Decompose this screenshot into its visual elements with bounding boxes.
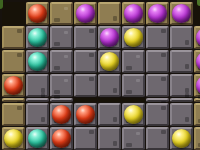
cell-r6c4[interactable] bbox=[74, 103, 97, 126]
cell-r1c8[interactable] bbox=[170, 2, 193, 25]
cell-r6c5[interactable] bbox=[98, 103, 121, 126]
cell-r4c2[interactable] bbox=[26, 74, 49, 97]
cell-r6c3[interactable] bbox=[50, 103, 73, 126]
cell-r3c4[interactable] bbox=[74, 50, 97, 73]
purple-marble[interactable] bbox=[100, 28, 119, 47]
purple-marble[interactable] bbox=[124, 4, 143, 23]
cell-r4c8[interactable] bbox=[170, 74, 193, 97]
cell-r1c3[interactable] bbox=[50, 2, 73, 25]
cell-r5c7[interactable] bbox=[146, 98, 169, 102]
cell-r5c6 bbox=[122, 98, 145, 102]
teal-marble[interactable] bbox=[28, 28, 47, 47]
purple-marble[interactable] bbox=[196, 76, 200, 95]
cell-r4c3[interactable] bbox=[50, 74, 73, 97]
purple-marble[interactable] bbox=[196, 52, 200, 71]
cell-r2c1[interactable] bbox=[2, 26, 25, 49]
purple-marble[interactable] bbox=[76, 4, 95, 23]
cell-r1c4[interactable] bbox=[74, 2, 97, 25]
cell-r6c9[interactable] bbox=[194, 103, 200, 126]
purple-marble[interactable] bbox=[172, 4, 191, 23]
yellow-marble[interactable] bbox=[124, 28, 143, 47]
cell-r7c4[interactable] bbox=[74, 127, 97, 150]
cell-r2c8[interactable] bbox=[170, 26, 193, 49]
cell-r2c5[interactable] bbox=[98, 26, 121, 49]
cell-r2c2[interactable] bbox=[26, 26, 49, 49]
cell-r7c7[interactable] bbox=[146, 127, 169, 150]
cell-r6c8[interactable] bbox=[170, 103, 193, 126]
cell-r5c4 bbox=[74, 98, 97, 102]
cell-r1c6[interactable] bbox=[122, 2, 145, 25]
cell-r4c5[interactable] bbox=[98, 74, 121, 97]
cell-r7c2[interactable] bbox=[26, 127, 49, 150]
cell-r1c1 bbox=[2, 2, 25, 25]
puzzle-board bbox=[0, 0, 200, 150]
cell-r4c7[interactable] bbox=[146, 74, 169, 97]
cell-r4c6[interactable] bbox=[122, 74, 145, 97]
cell-r3c2[interactable] bbox=[26, 50, 49, 73]
cell-r3c1[interactable] bbox=[2, 50, 25, 73]
cell-r2c9[interactable] bbox=[194, 26, 200, 49]
red-marble[interactable] bbox=[76, 105, 95, 124]
cell-r4c9[interactable] bbox=[194, 74, 200, 97]
cell-r1c2[interactable] bbox=[26, 2, 49, 25]
background-foliage-top-right bbox=[197, 0, 200, 6]
cell-r5c2[interactable] bbox=[26, 98, 49, 102]
red-marble[interactable] bbox=[52, 105, 71, 124]
cell-r7c8[interactable] bbox=[170, 127, 193, 150]
cell-r5c1[interactable] bbox=[2, 98, 25, 102]
cell-r2c7[interactable] bbox=[146, 26, 169, 49]
cell-r1c5[interactable] bbox=[98, 2, 121, 25]
cell-r6c7[interactable] bbox=[146, 103, 169, 126]
cell-r2c6[interactable] bbox=[122, 26, 145, 49]
cell-r7c6[interactable] bbox=[122, 127, 145, 150]
cell-r3c3[interactable] bbox=[50, 50, 73, 73]
cell-r5c5 bbox=[98, 98, 121, 102]
purple-marble[interactable] bbox=[196, 28, 200, 47]
cell-r3c6[interactable] bbox=[122, 50, 145, 73]
cell-r6c1[interactable] bbox=[2, 103, 25, 126]
cell-r1c7[interactable] bbox=[146, 2, 169, 25]
purple-marble[interactable] bbox=[148, 4, 167, 23]
red-marble[interactable] bbox=[4, 76, 23, 95]
yellow-marble[interactable] bbox=[100, 52, 119, 71]
cell-r5c9[interactable] bbox=[194, 98, 200, 102]
cell-r7c9[interactable] bbox=[194, 127, 200, 150]
cell-r3c8[interactable] bbox=[170, 50, 193, 73]
cell-r2c3[interactable] bbox=[50, 26, 73, 49]
cell-r3c7[interactable] bbox=[146, 50, 169, 73]
cell-r2c4[interactable] bbox=[74, 26, 97, 49]
cell-r7c5[interactable] bbox=[98, 127, 121, 150]
cell-r3c5[interactable] bbox=[98, 50, 121, 73]
cell-r5c3[interactable] bbox=[50, 98, 73, 102]
cell-r7c3[interactable] bbox=[50, 127, 73, 150]
cell-r3c9[interactable] bbox=[194, 50, 200, 73]
yellow-marble[interactable] bbox=[4, 129, 23, 148]
cell-r7c1[interactable] bbox=[2, 127, 25, 150]
yellow-marble[interactable] bbox=[124, 105, 143, 124]
yellow-marble[interactable] bbox=[172, 129, 191, 148]
cell-r4c1[interactable] bbox=[2, 74, 25, 97]
cell-r5c8[interactable] bbox=[170, 98, 193, 102]
cell-r6c2[interactable] bbox=[26, 103, 49, 126]
red-marble[interactable] bbox=[28, 4, 47, 23]
teal-marble[interactable] bbox=[28, 52, 47, 71]
red-marble[interactable] bbox=[52, 129, 71, 148]
teal-marble[interactable] bbox=[28, 129, 47, 148]
cell-r6c6[interactable] bbox=[122, 103, 145, 126]
cell-r4c4[interactable] bbox=[74, 74, 97, 97]
